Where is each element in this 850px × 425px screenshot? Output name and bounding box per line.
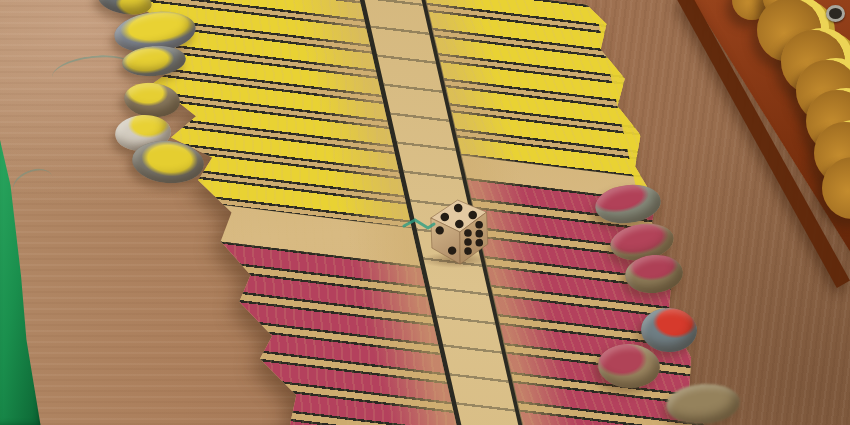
green-paint-mark bbox=[402, 216, 436, 234]
scene bbox=[0, 0, 850, 425]
die[interactable] bbox=[419, 191, 500, 276]
chalk-scribble bbox=[8, 163, 57, 205]
rack-eyelet bbox=[826, 5, 845, 22]
